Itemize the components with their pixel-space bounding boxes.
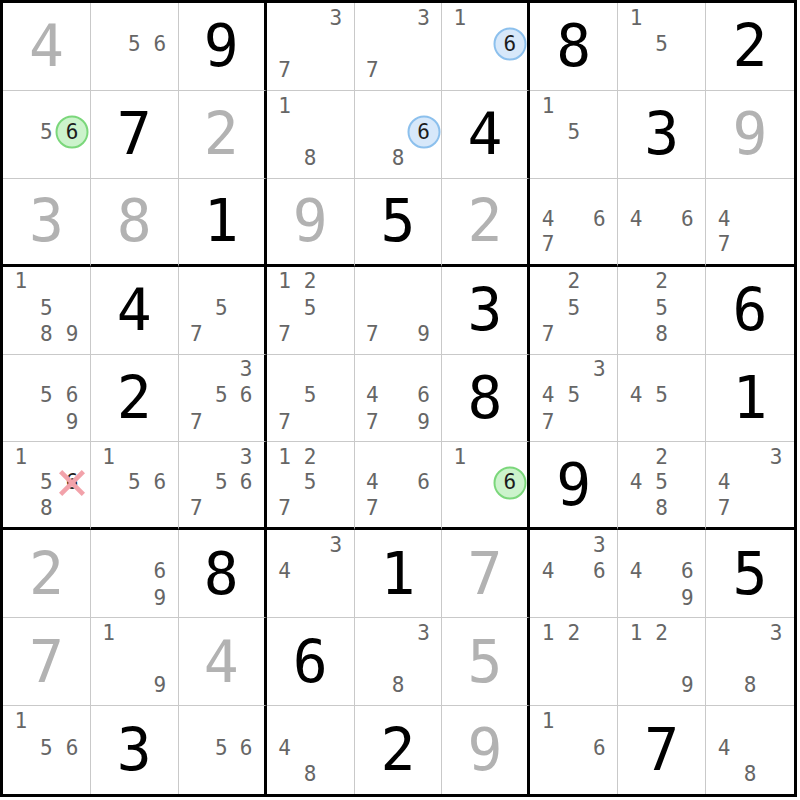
sudoku-board: 4569373716815256721868415393819524674647… [0, 0, 797, 797]
candidate-4[interactable]: 4 [535, 383, 561, 409]
candidate-5[interactable]: 5 [561, 295, 587, 321]
candidate-6[interactable]: 6 [674, 559, 700, 585]
candidate-6[interactable]: 6 [411, 119, 437, 145]
candidate-9[interactable]: 9 [411, 321, 437, 347]
cell-r1c2[interactable]: 56 [91, 3, 179, 91]
cell-r9c8[interactable]: 7 [618, 706, 706, 794]
cell-r7c3[interactable]: 8 [179, 530, 267, 618]
cell-r8c7[interactable]: 12 [530, 618, 618, 706]
candidate-digit: 1 [14, 711, 27, 732]
cell-r4c5[interactable]: 79 [355, 267, 443, 355]
candidate-9[interactable]: 9 [147, 585, 173, 611]
value-digit: 7 [618, 706, 705, 794]
value-digit: 4 [3, 3, 90, 90]
candidate-digit: 7 [278, 412, 291, 433]
candidate-5[interactable]: 5 [297, 295, 323, 321]
candidate-1[interactable]: 1 [447, 5, 472, 31]
candidate-6[interactable]: 6 [411, 383, 437, 409]
candidate-8[interactable]: 8 [385, 145, 411, 171]
candidate-digit: 7 [542, 324, 555, 345]
candidate-digit: 7 [542, 412, 555, 433]
candidate-7[interactable]: 7 [360, 58, 386, 84]
candidate-digit: 6 [593, 561, 606, 582]
candidate-3[interactable]: 3 [323, 532, 349, 558]
value-digit: 4 [442, 91, 527, 178]
candidate-3[interactable]: 3 [234, 444, 259, 470]
candidate-digit: 4 [542, 561, 555, 582]
candidate-digit: 8 [744, 764, 757, 785]
cell-r1c6[interactable]: 16 [442, 3, 530, 91]
candidate-digit: 5 [215, 385, 228, 406]
candidate-4[interactable]: 4 [535, 559, 561, 585]
candidate-1[interactable]: 1 [8, 708, 34, 735]
candidate-4[interactable]: 4 [360, 383, 386, 409]
candidate-digit: 7 [718, 498, 731, 519]
candidate-digit: 5 [567, 385, 580, 406]
candidate-9[interactable]: 9 [674, 585, 700, 611]
cell-r8c2[interactable]: 19 [91, 618, 179, 706]
candidate-6[interactable]: 6 [411, 470, 437, 496]
cell-r8c8[interactable]: 129 [618, 618, 706, 706]
cell-r5c6[interactable]: 8 [442, 355, 530, 443]
value-digit: 1 [355, 530, 442, 617]
candidate-3[interactable]: 3 [234, 357, 259, 383]
candidate-digit: 5 [304, 472, 317, 493]
candidates: 569 [3, 355, 90, 442]
candidate-6[interactable]: 6 [147, 559, 173, 585]
cell-r4c1[interactable]: 1589 [3, 267, 91, 355]
cell-r2c4[interactable]: 18 [267, 91, 355, 179]
cell-r9c1[interactable]: 156 [3, 706, 91, 794]
value-digit: 3 [3, 179, 90, 264]
value-digit: 8 [530, 3, 617, 90]
candidate-digit: 7 [278, 60, 291, 81]
red-x-icon [57, 467, 88, 498]
cell-r1c1[interactable]: 4 [3, 3, 91, 91]
candidate-1[interactable]: 1 [96, 444, 122, 470]
cell-r8c9[interactable]: 38 [706, 618, 794, 706]
candidate-digit: 4 [630, 385, 643, 406]
candidate-6[interactable]: 6 [234, 735, 259, 762]
candidates: 258 [618, 267, 705, 354]
candidate-5[interactable]: 5 [209, 295, 234, 321]
candidate-6[interactable]: 6 [147, 31, 173, 57]
candidate-digit: 3 [240, 447, 253, 468]
candidate-7[interactable]: 7 [360, 321, 386, 347]
candidate-5[interactable]: 5 [649, 31, 675, 57]
value-digit: 7 [3, 618, 90, 705]
candidate-digit: 4 [630, 472, 643, 493]
candidate-digit: 6 [66, 738, 79, 759]
candidate-4[interactable]: 4 [272, 735, 298, 762]
candidate-digit: 5 [304, 298, 317, 319]
candidate-1[interactable]: 1 [8, 444, 34, 470]
candidate-6[interactable]: 6 [59, 119, 85, 145]
cell-r2c1[interactable]: 56 [3, 91, 91, 179]
candidate-1[interactable]: 1 [272, 93, 298, 119]
cell-r7c9[interactable]: 5 [706, 530, 794, 618]
cell-r3c1[interactable]: 3 [3, 179, 91, 267]
cell-r5c1[interactable]: 569 [3, 355, 91, 443]
candidates: 469 [618, 530, 705, 617]
candidate-3[interactable]: 3 [587, 357, 613, 383]
candidate-6[interactable]: 6 [234, 383, 259, 409]
candidate-3[interactable]: 3 [411, 5, 437, 31]
candidate-digit: 7 [190, 412, 203, 433]
candidate-3[interactable]: 3 [411, 620, 437, 646]
cell-r4c8[interactable]: 258 [618, 267, 706, 355]
candidate-9[interactable]: 9 [59, 409, 85, 435]
candidates: 69 [91, 530, 178, 617]
candidate-digit: 5 [655, 385, 668, 406]
candidate-digit: 5 [128, 472, 141, 493]
candidate-digit: 5 [128, 34, 141, 55]
candidate-digit: 7 [190, 324, 203, 345]
candidate-digit: 5 [40, 738, 53, 759]
candidate-7[interactable]: 7 [272, 58, 298, 84]
candidate-8[interactable]: 8 [297, 761, 323, 788]
candidate-digit: 7 [542, 234, 555, 255]
cell-r6c7[interactable]: 9 [530, 442, 618, 530]
candidate-7[interactable]: 7 [360, 409, 386, 435]
candidate-5[interactable]: 5 [122, 470, 148, 496]
candidate-1[interactable]: 1 [96, 620, 122, 646]
candidate-digit: 6 [681, 209, 694, 230]
cell-r4c2[interactable]: 4 [91, 267, 179, 355]
candidate-digit: 3 [417, 623, 430, 644]
candidate-3[interactable]: 3 [587, 532, 613, 558]
candidate-4[interactable]: 4 [711, 206, 737, 232]
cell-r8c6[interactable]: 5 [442, 618, 530, 706]
candidate-4[interactable]: 4 [711, 470, 737, 496]
candidate-5[interactable]: 5 [209, 383, 234, 409]
candidate-1[interactable]: 1 [535, 620, 561, 646]
cell-r1c9[interactable]: 2 [706, 3, 794, 91]
candidate-digit: 5 [655, 34, 668, 55]
cell-r5c7[interactable]: 3457 [530, 355, 618, 443]
candidate-6[interactable]: 6 [234, 470, 259, 496]
cell-r7c7[interactable]: 346 [530, 530, 618, 618]
candidate-7[interactable]: 7 [360, 496, 386, 522]
candidate-digit: 6 [154, 34, 167, 55]
candidate-1[interactable]: 1 [535, 708, 561, 735]
cell-r9c9[interactable]: 48 [706, 706, 794, 794]
cell-r6c6[interactable]: 16 [442, 442, 530, 530]
candidate-digit: 4 [542, 209, 555, 230]
candidate-8[interactable]: 8 [649, 496, 675, 522]
candidates: 1568 [3, 442, 90, 527]
candidate-digit: 9 [154, 675, 167, 696]
value-digit: 2 [91, 355, 178, 442]
cell-r2c3[interactable]: 2 [179, 91, 267, 179]
candidate-digit: 6 [66, 122, 79, 143]
candidate-6[interactable]: 6 [587, 559, 613, 585]
cell-r9c4[interactable]: 48 [267, 706, 355, 794]
candidate-5[interactable]: 5 [561, 383, 587, 409]
cell-r9c3[interactable]: 56 [179, 706, 267, 794]
cell-r2c5[interactable]: 68 [355, 91, 443, 179]
candidate-4[interactable]: 4 [623, 470, 649, 496]
candidate-7[interactable]: 7 [272, 321, 298, 347]
candidate-6[interactable]: 6 [59, 735, 85, 762]
candidate-4[interactable]: 4 [360, 470, 386, 496]
candidate-7[interactable]: 7 [711, 496, 737, 522]
cell-r1c4[interactable]: 37 [267, 3, 355, 91]
cell-r4c6[interactable]: 3 [442, 267, 530, 355]
candidate-digit: 2 [304, 271, 317, 292]
candidate-8[interactable]: 8 [385, 673, 411, 699]
candidate-5[interactable]: 5 [34, 383, 60, 409]
cell-r9c6[interactable]: 9 [442, 706, 530, 794]
cell-r2c2[interactable]: 7 [91, 91, 179, 179]
candidate-digit: 6 [154, 472, 167, 493]
candidate-5[interactable]: 5 [297, 470, 323, 496]
candidates: 467 [355, 442, 442, 527]
candidate-8[interactable]: 8 [34, 321, 60, 347]
candidate-5[interactable]: 5 [34, 295, 60, 321]
cell-r6c3[interactable]: 3567 [179, 442, 267, 530]
cell-r5c5[interactable]: 4679 [355, 355, 443, 443]
candidate-1[interactable]: 1 [272, 444, 298, 470]
candidate-7[interactable]: 7 [535, 409, 561, 435]
cell-r7c5[interactable]: 1 [355, 530, 443, 618]
candidate-digit: 5 [40, 298, 53, 319]
candidate-7[interactable]: 7 [535, 232, 561, 258]
candidate-digit: 3 [593, 535, 606, 556]
candidate-9[interactable]: 9 [147, 673, 173, 699]
cell-r4c7[interactable]: 257 [530, 267, 618, 355]
cell-r2c8[interactable]: 3 [618, 91, 706, 179]
candidate-7[interactable]: 7 [711, 232, 737, 258]
cell-r1c5[interactable]: 37 [355, 3, 443, 91]
candidate-7[interactable]: 7 [184, 409, 209, 435]
candidate-digit: 1 [102, 447, 115, 468]
candidate-2[interactable]: 2 [297, 444, 323, 470]
candidate-digit: 8 [744, 675, 757, 696]
candidate-2[interactable]: 2 [649, 444, 675, 470]
candidates: 15 [618, 3, 705, 90]
candidates: 45 [618, 355, 705, 442]
candidate-digit: 8 [40, 324, 53, 345]
candidate-digit: 1 [454, 8, 467, 29]
candidate-digit: 3 [770, 447, 783, 468]
candidate-1[interactable]: 1 [272, 269, 298, 295]
value-digit: 8 [442, 355, 527, 442]
candidates: 38 [706, 618, 794, 705]
candidate-digit: 8 [304, 764, 317, 785]
cell-r6c2[interactable]: 156 [91, 442, 179, 530]
candidate-6[interactable]: 6 [587, 206, 613, 232]
candidate-digit: 4 [542, 385, 555, 406]
candidate-7[interactable]: 7 [535, 321, 561, 347]
candidate-digit: 8 [655, 324, 668, 345]
candidate-4[interactable]: 4 [272, 559, 298, 585]
candidates: 68 [355, 91, 442, 178]
cell-r1c3[interactable]: 9 [179, 3, 267, 91]
candidate-digit: 6 [593, 738, 606, 759]
value-digit: 8 [179, 530, 264, 617]
candidate-5[interactable]: 5 [209, 735, 234, 762]
candidate-1[interactable]: 1 [623, 5, 649, 31]
value-digit: 9 [179, 3, 264, 90]
cell-r4c3[interactable]: 57 [179, 267, 267, 355]
candidate-4[interactable]: 4 [623, 559, 649, 585]
cell-r6c9[interactable]: 347 [706, 442, 794, 530]
cell-r4c4[interactable]: 1257 [267, 267, 355, 355]
candidate-6[interactable]: 6 [587, 735, 613, 762]
candidate-5[interactable]: 5 [34, 735, 60, 762]
value-digit: 9 [706, 91, 794, 178]
cell-r5c9[interactable]: 1 [706, 355, 794, 443]
candidate-digit: 3 [417, 8, 430, 29]
candidate-1[interactable]: 1 [535, 93, 561, 119]
cell-r6c4[interactable]: 1257 [267, 442, 355, 530]
cell-r2c9[interactable]: 9 [706, 91, 794, 179]
cell-r4c9[interactable]: 6 [706, 267, 794, 355]
candidate-digit: 2 [304, 447, 317, 468]
candidate-4[interactable]: 4 [535, 206, 561, 232]
candidate-digit: 7 [190, 498, 203, 519]
candidate-1[interactable]: 1 [447, 444, 472, 470]
cell-r6c5[interactable]: 467 [355, 442, 443, 530]
candidate-3[interactable]: 3 [763, 444, 789, 470]
candidates: 1257 [267, 267, 354, 354]
candidate-3[interactable]: 3 [323, 5, 349, 31]
cell-r3c9[interactable]: 47 [706, 179, 794, 267]
candidate-8[interactable]: 8 [297, 145, 323, 171]
cell-r6c1[interactable]: 1568 [3, 442, 91, 530]
candidate-digit: 9 [66, 324, 79, 345]
candidate-7[interactable]: 7 [272, 496, 298, 522]
candidate-5[interactable]: 5 [122, 31, 148, 57]
candidate-5[interactable]: 5 [209, 470, 234, 496]
candidate-6[interactable]: 6 [59, 383, 85, 409]
candidate-9[interactable]: 9 [59, 321, 85, 347]
candidate-6[interactable]: 6 [497, 31, 522, 57]
candidates: 34 [267, 530, 354, 617]
cell-r5c8[interactable]: 45 [618, 355, 706, 443]
candidate-6[interactable]: 6 [674, 206, 700, 232]
candidate-digit: 5 [40, 472, 53, 493]
cell-r9c5[interactable]: 2 [355, 706, 443, 794]
cell-r9c7[interactable]: 16 [530, 706, 618, 794]
candidates: 156 [91, 442, 178, 527]
cell-r3c7[interactable]: 467 [530, 179, 618, 267]
candidate-digit: 6 [417, 122, 430, 143]
candidate-5[interactable]: 5 [297, 383, 323, 409]
candidate-digit: 1 [630, 623, 643, 644]
candidate-digit: 8 [655, 498, 668, 519]
candidate-digit: 2 [567, 271, 580, 292]
cell-r1c7[interactable]: 8 [530, 3, 618, 91]
candidate-7[interactable]: 7 [184, 496, 209, 522]
candidates: 48 [267, 706, 354, 794]
candidate-2[interactable]: 2 [297, 269, 323, 295]
candidate-8[interactable]: 8 [737, 673, 763, 699]
candidate-7[interactable]: 7 [272, 409, 298, 435]
cell-r5c3[interactable]: 3567 [179, 355, 267, 443]
cell-r1c8[interactable]: 15 [618, 3, 706, 91]
cell-r3c3[interactable]: 1 [179, 179, 267, 267]
candidates: 1589 [3, 267, 90, 354]
candidates: 37 [355, 3, 442, 90]
candidate-5[interactable]: 5 [561, 119, 587, 145]
candidate-8[interactable]: 8 [649, 321, 675, 347]
candidate-5[interactable]: 5 [649, 470, 675, 496]
candidate-9[interactable]: 9 [411, 409, 437, 435]
candidates: 257 [530, 267, 617, 354]
cell-r2c7[interactable]: 15 [530, 91, 618, 179]
cell-r8c1[interactable]: 7 [3, 618, 91, 706]
value-digit: 9 [442, 706, 527, 794]
candidate-5[interactable]: 5 [34, 470, 60, 496]
cell-r7c2[interactable]: 69 [91, 530, 179, 618]
candidate-5[interactable]: 5 [649, 295, 675, 321]
candidate-digit: 1 [542, 623, 555, 644]
candidate-1[interactable]: 1 [623, 620, 649, 646]
candidate-4[interactable]: 4 [623, 383, 649, 409]
candidate-2[interactable]: 2 [649, 620, 675, 646]
candidate-1[interactable]: 1 [8, 269, 34, 295]
candidate-digit: 6 [593, 209, 606, 230]
candidate-digit: 7 [366, 60, 379, 81]
cell-r2c6[interactable]: 4 [442, 91, 530, 179]
cell-r5c2[interactable]: 2 [91, 355, 179, 443]
candidate-8[interactable]: 8 [737, 761, 763, 788]
value-digit: 7 [91, 91, 178, 178]
candidate-2[interactable]: 2 [561, 269, 587, 295]
candidate-6[interactable]: 6 [59, 470, 85, 496]
value-digit: 6 [267, 618, 354, 705]
candidate-digit: 1 [14, 271, 27, 292]
candidate-digit: 6 [240, 472, 253, 493]
candidate-8[interactable]: 8 [34, 496, 60, 522]
candidate-7[interactable]: 7 [184, 321, 209, 347]
candidate-digit: 8 [392, 675, 405, 696]
cell-r3c2[interactable]: 8 [91, 179, 179, 267]
cell-r6c8[interactable]: 2458 [618, 442, 706, 530]
cell-r8c4[interactable]: 6 [267, 618, 355, 706]
candidate-2[interactable]: 2 [649, 269, 675, 295]
value-digit: 6 [706, 267, 794, 354]
candidates: 56 [3, 91, 90, 178]
cell-r7c1[interactable]: 2 [3, 530, 91, 618]
candidates: 16 [530, 706, 617, 794]
candidate-digit: 9 [66, 412, 79, 433]
cell-r7c4[interactable]: 34 [267, 530, 355, 618]
candidate-6[interactable]: 6 [497, 470, 522, 496]
cell-r5c4[interactable]: 57 [267, 355, 355, 443]
candidate-4[interactable]: 4 [623, 206, 649, 232]
candidate-2[interactable]: 2 [561, 620, 587, 646]
cell-r3c5[interactable]: 5 [355, 179, 443, 267]
cell-r3c4[interactable]: 9 [267, 179, 355, 267]
cell-r8c3[interactable]: 4 [179, 618, 267, 706]
cell-r9c2[interactable]: 3 [91, 706, 179, 794]
candidate-5[interactable]: 5 [649, 383, 675, 409]
cell-r7c6[interactable]: 7 [442, 530, 530, 618]
cell-r7c8[interactable]: 469 [618, 530, 706, 618]
cell-r8c5[interactable]: 38 [355, 618, 443, 706]
candidate-digit: 7 [366, 412, 379, 433]
candidate-3[interactable]: 3 [763, 620, 789, 646]
cell-r3c8[interactable]: 46 [618, 179, 706, 267]
candidates: 347 [706, 442, 794, 527]
candidate-9[interactable]: 9 [674, 673, 700, 699]
cell-r3c6[interactable]: 2 [442, 179, 530, 267]
candidate-4[interactable]: 4 [711, 735, 737, 762]
candidate-6[interactable]: 6 [147, 470, 173, 496]
